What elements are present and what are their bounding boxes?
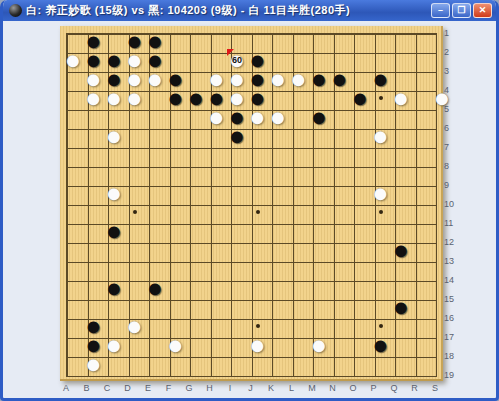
intersection-P11[interactable]: [370, 222, 391, 241]
intersection-N13[interactable]: [329, 260, 350, 279]
intersection-N3[interactable]: ●: [329, 70, 350, 89]
intersection-Q8[interactable]: [391, 165, 412, 184]
intersection-K3[interactable]: ●: [268, 70, 289, 89]
intersection-K7[interactable]: [268, 146, 289, 165]
intersection-N14[interactable]: [329, 279, 350, 298]
black-stone-M5: ●: [311, 108, 327, 127]
intersection-P3[interactable]: ●: [370, 70, 391, 89]
intersection-J13[interactable]: [247, 260, 268, 279]
intersection-P13[interactable]: [370, 260, 391, 279]
intersection-I12[interactable]: [227, 241, 248, 260]
intersection-A16[interactable]: [63, 317, 84, 336]
rank-label-3: 3: [444, 66, 449, 76]
intersection-K13[interactable]: [268, 260, 289, 279]
black-stone-M3: ●: [311, 70, 327, 89]
intersection-A7[interactable]: [63, 146, 84, 165]
intersection-F6[interactable]: [165, 127, 186, 146]
intersection-L9[interactable]: [288, 184, 309, 203]
intersection-E9[interactable]: [145, 184, 166, 203]
intersection-M11[interactable]: [309, 222, 330, 241]
intersection-E16[interactable]: [145, 317, 166, 336]
intersection-F13[interactable]: [165, 260, 186, 279]
black-stone-F4: ●: [167, 89, 183, 108]
intersection-C9[interactable]: ●: [104, 184, 125, 203]
close-button[interactable]: ✕: [473, 3, 492, 18]
intersection-F17[interactable]: ●: [165, 336, 186, 355]
intersection-Q17[interactable]: [391, 336, 412, 355]
intersection-P9[interactable]: ●: [370, 184, 391, 203]
intersection-C17[interactable]: ●: [104, 336, 125, 355]
intersection-R1[interactable]: [411, 32, 432, 51]
intersection-K10[interactable]: [268, 203, 289, 222]
intersection-Q6[interactable]: [391, 127, 412, 146]
intersection-N1[interactable]: [329, 32, 350, 51]
intersection-M5[interactable]: ●: [309, 108, 330, 127]
intersection-N15[interactable]: [329, 298, 350, 317]
star-point-D10: [133, 210, 137, 214]
intersection-O7[interactable]: [350, 146, 371, 165]
rank-label-2: 2: [444, 47, 449, 57]
intersection-E14[interactable]: ●: [145, 279, 166, 298]
intersection-I15[interactable]: [227, 298, 248, 317]
file-label-L: L: [286, 383, 298, 393]
intersection-P17[interactable]: ●: [370, 336, 391, 355]
intersection-R18[interactable]: [411, 355, 432, 374]
intersection-R13[interactable]: [411, 260, 432, 279]
go-board[interactable]: ●●●●●●●●●60●●●●●●●●●●●●●●●●●●●●●●●●●●●●●…: [60, 26, 443, 381]
intersection-H7[interactable]: [206, 146, 227, 165]
intersection-M12[interactable]: [309, 241, 330, 260]
file-label-D: D: [122, 383, 134, 393]
intersection-O6[interactable]: [350, 127, 371, 146]
intersection-J10[interactable]: [247, 203, 268, 222]
intersection-A17[interactable]: [63, 336, 84, 355]
intersection-K8[interactable]: [268, 165, 289, 184]
intersection-G18[interactable]: [186, 355, 207, 374]
black-stone-C11: ●: [106, 222, 122, 241]
white-stone-D16: ●: [126, 317, 142, 336]
intersection-O16[interactable]: [350, 317, 371, 336]
intersection-R4[interactable]: [411, 89, 432, 108]
intersection-D16[interactable]: ●: [124, 317, 145, 336]
intersection-R9[interactable]: [411, 184, 432, 203]
intersection-R7[interactable]: [411, 146, 432, 165]
intersection-B13[interactable]: [83, 260, 104, 279]
intersection-M14[interactable]: [309, 279, 330, 298]
intersection-E17[interactable]: [145, 336, 166, 355]
intersection-M8[interactable]: [309, 165, 330, 184]
intersection-I6[interactable]: ●: [227, 127, 248, 146]
white-stone-B4: ●: [85, 89, 101, 108]
white-stone-M17: ●: [311, 336, 327, 355]
intersection-K12[interactable]: [268, 241, 289, 260]
intersection-K14[interactable]: [268, 279, 289, 298]
intersection-R6[interactable]: [411, 127, 432, 146]
intersection-H18[interactable]: [206, 355, 227, 374]
intersection-D12[interactable]: [124, 241, 145, 260]
intersection-G17[interactable]: [186, 336, 207, 355]
white-stone-K3: ●: [270, 70, 286, 89]
intersection-O1[interactable]: [350, 32, 371, 51]
white-stone-J17: ●: [249, 336, 265, 355]
intersection-N16[interactable]: [329, 317, 350, 336]
game-window: 白: 养正妙歌 (15级) vs 黑: 104203 (9级) - 白 11目半…: [0, 0, 499, 401]
intersection-B6[interactable]: [83, 127, 104, 146]
star-point-J10: [256, 210, 260, 214]
intersection-L17[interactable]: [288, 336, 309, 355]
star-point-J16: [256, 324, 260, 328]
black-stone-E14: ●: [147, 279, 163, 298]
intersection-A8[interactable]: [63, 165, 84, 184]
black-stone-Q15: ●: [393, 298, 409, 317]
intersection-Q10[interactable]: [391, 203, 412, 222]
intersection-L1[interactable]: [288, 32, 309, 51]
intersection-D8[interactable]: [124, 165, 145, 184]
intersection-E12[interactable]: [145, 241, 166, 260]
intersection-B8[interactable]: [83, 165, 104, 184]
rank-label-15: 15: [444, 294, 454, 304]
intersection-D14[interactable]: [124, 279, 145, 298]
intersection-B14[interactable]: [83, 279, 104, 298]
intersection-Q15[interactable]: ●: [391, 298, 412, 317]
window-controls: – ❐ ✕: [431, 3, 492, 18]
intersection-O11[interactable]: [350, 222, 371, 241]
intersection-M9[interactable]: [309, 184, 330, 203]
black-stone-O4: ●: [352, 89, 368, 108]
intersection-A6[interactable]: [63, 127, 84, 146]
intersection-G8[interactable]: [186, 165, 207, 184]
intersection-A18[interactable]: [63, 355, 84, 374]
intersection-L14[interactable]: [288, 279, 309, 298]
intersection-M15[interactable]: [309, 298, 330, 317]
intersection-I11[interactable]: [227, 222, 248, 241]
intersection-Q12[interactable]: ●: [391, 241, 412, 260]
intersection-M10[interactable]: [309, 203, 330, 222]
intersection-M7[interactable]: [309, 146, 330, 165]
intersection-L12[interactable]: [288, 241, 309, 260]
intersection-O2[interactable]: [350, 51, 371, 70]
intersection-O14[interactable]: [350, 279, 371, 298]
rank-label-10: 10: [444, 199, 454, 209]
intersection-G16[interactable]: [186, 317, 207, 336]
intersection-H5[interactable]: ●: [206, 108, 227, 127]
intersection-H10[interactable]: [206, 203, 227, 222]
intersection-L15[interactable]: [288, 298, 309, 317]
intersection-J5[interactable]: ●: [247, 108, 268, 127]
black-stone-N3: ●: [331, 70, 347, 89]
intersection-O10[interactable]: [350, 203, 371, 222]
intersection-H8[interactable]: [206, 165, 227, 184]
intersection-D13[interactable]: [124, 260, 145, 279]
intersection-Q4[interactable]: ●: [391, 89, 412, 108]
intersection-G1[interactable]: [186, 32, 207, 51]
intersection-L8[interactable]: [288, 165, 309, 184]
intersection-M3[interactable]: ●: [309, 70, 330, 89]
intersection-A10[interactable]: [63, 203, 84, 222]
intersection-F12[interactable]: [165, 241, 186, 260]
intersection-O15[interactable]: [350, 298, 371, 317]
file-label-K: K: [265, 383, 277, 393]
intersection-B9[interactable]: [83, 184, 104, 203]
intersection-G6[interactable]: [186, 127, 207, 146]
intersection-I16[interactable]: [227, 317, 248, 336]
intersection-C6[interactable]: ●: [104, 127, 125, 146]
rank-label-16: 16: [444, 313, 454, 323]
intersection-O8[interactable]: [350, 165, 371, 184]
intersection-A2[interactable]: ●: [63, 51, 84, 70]
intersection-Q2[interactable]: [391, 51, 412, 70]
intersection-H12[interactable]: [206, 241, 227, 260]
intersection-L3[interactable]: ●: [288, 70, 309, 89]
intersection-D7[interactable]: [124, 146, 145, 165]
intersection-O9[interactable]: [350, 184, 371, 203]
intersection-K11[interactable]: [268, 222, 289, 241]
intersection-G13[interactable]: [186, 260, 207, 279]
intersection-D9[interactable]: [124, 184, 145, 203]
intersection-Q1[interactable]: [391, 32, 412, 51]
black-stone-P17: ●: [372, 336, 388, 355]
intersection-H16[interactable]: [206, 317, 227, 336]
title-bar[interactable]: 白: 养正妙歌 (15级) vs 黑: 104203 (9级) - 白 11目半…: [3, 0, 496, 21]
intersection-G12[interactable]: [186, 241, 207, 260]
intersection-I17[interactable]: [227, 336, 248, 355]
intersection-B12[interactable]: [83, 241, 104, 260]
intersection-R15[interactable]: [411, 298, 432, 317]
intersection-F1[interactable]: [165, 32, 186, 51]
intersection-R16[interactable]: [411, 317, 432, 336]
intersection-G4[interactable]: ●: [186, 89, 207, 108]
rank-label-6: 6: [444, 123, 449, 133]
intersection-R8[interactable]: [411, 165, 432, 184]
intersection-D18[interactable]: [124, 355, 145, 374]
move-number-label: 60: [232, 55, 242, 65]
intersection-Q18[interactable]: [391, 355, 412, 374]
file-label-O: O: [347, 383, 359, 393]
intersection-F15[interactable]: [165, 298, 186, 317]
file-label-H: H: [204, 383, 216, 393]
file-label-N: N: [327, 383, 339, 393]
intersection-N12[interactable]: [329, 241, 350, 260]
intersection-O13[interactable]: [350, 260, 371, 279]
intersection-B4[interactable]: ●: [83, 89, 104, 108]
file-label-I: I: [224, 383, 236, 393]
intersection-H9[interactable]: [206, 184, 227, 203]
rank-label-7: 7: [444, 142, 449, 152]
intersection-M1[interactable]: [309, 32, 330, 51]
intersection-C11[interactable]: ●: [104, 222, 125, 241]
intersection-K1[interactable]: [268, 32, 289, 51]
intersection-J15[interactable]: [247, 298, 268, 317]
intersection-F14[interactable]: [165, 279, 186, 298]
intersection-F8[interactable]: [165, 165, 186, 184]
intersection-E7[interactable]: [145, 146, 166, 165]
intersection-E10[interactable]: [145, 203, 166, 222]
minimize-button[interactable]: –: [431, 3, 450, 18]
intersection-A13[interactable]: [63, 260, 84, 279]
intersection-H14[interactable]: [206, 279, 227, 298]
file-label-M: M: [306, 383, 318, 393]
intersection-G11[interactable]: [186, 222, 207, 241]
intersection-E3[interactable]: ●: [145, 70, 166, 89]
intersection-E5[interactable]: [145, 108, 166, 127]
white-stone-J5: ●: [249, 108, 265, 127]
intersection-F7[interactable]: [165, 146, 186, 165]
intersection-A11[interactable]: [63, 222, 84, 241]
intersection-N8[interactable]: [329, 165, 350, 184]
intersection-D6[interactable]: [124, 127, 145, 146]
window-title: 白: 养正妙歌 (15级) vs 黑: 104203 (9级) - 白 11目半…: [26, 3, 350, 18]
intersection-M13[interactable]: [309, 260, 330, 279]
intersection-L10[interactable]: [288, 203, 309, 222]
intersection-P12[interactable]: [370, 241, 391, 260]
intersection-J8[interactable]: [247, 165, 268, 184]
intersection-N17[interactable]: [329, 336, 350, 355]
intersection-R12[interactable]: [411, 241, 432, 260]
intersection-I18[interactable]: [227, 355, 248, 374]
intersection-N7[interactable]: [329, 146, 350, 165]
intersection-I13[interactable]: [227, 260, 248, 279]
white-stone-C6: ●: [106, 127, 122, 146]
intersection-N10[interactable]: [329, 203, 350, 222]
intersection-Q7[interactable]: [391, 146, 412, 165]
black-stone-C14: ●: [106, 279, 122, 298]
intersection-N6[interactable]: [329, 127, 350, 146]
intersection-F4[interactable]: ●: [165, 89, 186, 108]
intersection-R11[interactable]: [411, 222, 432, 241]
intersection-R14[interactable]: [411, 279, 432, 298]
intersection-J14[interactable]: [247, 279, 268, 298]
intersection-O12[interactable]: [350, 241, 371, 260]
intersection-B11[interactable]: [83, 222, 104, 241]
intersection-N11[interactable]: [329, 222, 350, 241]
intersection-P6[interactable]: ●: [370, 127, 391, 146]
file-label-C: C: [101, 383, 113, 393]
intersection-K15[interactable]: [268, 298, 289, 317]
file-label-G: G: [183, 383, 195, 393]
intersection-G2[interactable]: [186, 51, 207, 70]
intersection-N9[interactable]: [329, 184, 350, 203]
intersection-P15[interactable]: [370, 298, 391, 317]
intersection-G15[interactable]: [186, 298, 207, 317]
intersection-R5[interactable]: [411, 108, 432, 127]
intersection-K9[interactable]: [268, 184, 289, 203]
intersection-Q9[interactable]: [391, 184, 412, 203]
intersection-M17[interactable]: ●: [309, 336, 330, 355]
intersection-H13[interactable]: [206, 260, 227, 279]
intersection-J9[interactable]: [247, 184, 268, 203]
intersection-I14[interactable]: [227, 279, 248, 298]
intersection-P14[interactable]: [370, 279, 391, 298]
intersection-G14[interactable]: [186, 279, 207, 298]
intersection-I8[interactable]: [227, 165, 248, 184]
intersection-K5[interactable]: ●: [268, 108, 289, 127]
intersection-J17[interactable]: ●: [247, 336, 268, 355]
rank-label-11: 11: [444, 218, 453, 228]
intersection-L11[interactable]: [288, 222, 309, 241]
black-stone-I6: ●: [229, 127, 245, 146]
intersection-R10[interactable]: [411, 203, 432, 222]
intersection-H15[interactable]: [206, 298, 227, 317]
intersection-R17[interactable]: [411, 336, 432, 355]
intersection-A14[interactable]: [63, 279, 84, 298]
intersection-O4[interactable]: ●: [350, 89, 371, 108]
white-stone-D4: ●: [126, 89, 142, 108]
white-stone-C4: ●: [106, 89, 122, 108]
intersection-K17[interactable]: [268, 336, 289, 355]
intersection-S4[interactable]: ●: [432, 89, 453, 108]
rank-label-18: 18: [444, 351, 454, 361]
intersection-A5[interactable]: [63, 108, 84, 127]
intersection-R3[interactable]: [411, 70, 432, 89]
intersection-B7[interactable]: [83, 146, 104, 165]
white-stone-P6: ●: [372, 127, 388, 146]
intersection-D10[interactable]: [124, 203, 145, 222]
intersection-K18[interactable]: [268, 355, 289, 374]
intersection-E11[interactable]: [145, 222, 166, 241]
white-stone-F17: ●: [167, 336, 183, 355]
intersection-L18[interactable]: [288, 355, 309, 374]
intersection-A15[interactable]: [63, 298, 84, 317]
intersection-L6[interactable]: [288, 127, 309, 146]
intersection-E18[interactable]: [145, 355, 166, 374]
intersection-G9[interactable]: [186, 184, 207, 203]
intersection-H17[interactable]: [206, 336, 227, 355]
intersection-L16[interactable]: [288, 317, 309, 336]
intersection-I10[interactable]: [227, 203, 248, 222]
intersection-J11[interactable]: [247, 222, 268, 241]
intersection-P1[interactable]: [370, 32, 391, 51]
intersection-K16[interactable]: [268, 317, 289, 336]
intersection-I9[interactable]: [227, 184, 248, 203]
intersection-N18[interactable]: [329, 355, 350, 374]
intersection-L7[interactable]: [288, 146, 309, 165]
intersection-N5[interactable]: [329, 108, 350, 127]
rank-label-8: 8: [444, 161, 449, 171]
rank-label-13: 13: [444, 256, 454, 266]
black-stone-G4: ●: [188, 89, 204, 108]
intersection-D4[interactable]: ●: [124, 89, 145, 108]
maximize-button[interactable]: ❐: [452, 3, 471, 18]
intersection-A4[interactable]: [63, 89, 84, 108]
intersection-B18[interactable]: ●: [83, 355, 104, 374]
intersection-H11[interactable]: [206, 222, 227, 241]
intersection-C14[interactable]: ●: [104, 279, 125, 298]
intersection-B10[interactable]: [83, 203, 104, 222]
intersection-A9[interactable]: [63, 184, 84, 203]
intersection-G10[interactable]: [186, 203, 207, 222]
star-point-P4: [379, 96, 383, 100]
intersection-G7[interactable]: [186, 146, 207, 165]
intersection-E6[interactable]: [145, 127, 166, 146]
rank-label-19: 19: [444, 370, 454, 380]
file-label-Q: Q: [388, 383, 400, 393]
intersection-F11[interactable]: [165, 222, 186, 241]
intersection-F9[interactable]: [165, 184, 186, 203]
intersection-J12[interactable]: [247, 241, 268, 260]
intersection-F10[interactable]: [165, 203, 186, 222]
intersection-D11[interactable]: [124, 222, 145, 241]
intersection-A12[interactable]: [63, 241, 84, 260]
intersection-L5[interactable]: [288, 108, 309, 127]
intersection-O17[interactable]: [350, 336, 371, 355]
intersection-J7[interactable]: [247, 146, 268, 165]
intersection-L13[interactable]: [288, 260, 309, 279]
intersection-H1[interactable]: [206, 32, 227, 51]
intersection-O18[interactable]: [350, 355, 371, 374]
intersection-E8[interactable]: [145, 165, 166, 184]
intersection-R2[interactable]: [411, 51, 432, 70]
intersection-C4[interactable]: ●: [104, 89, 125, 108]
